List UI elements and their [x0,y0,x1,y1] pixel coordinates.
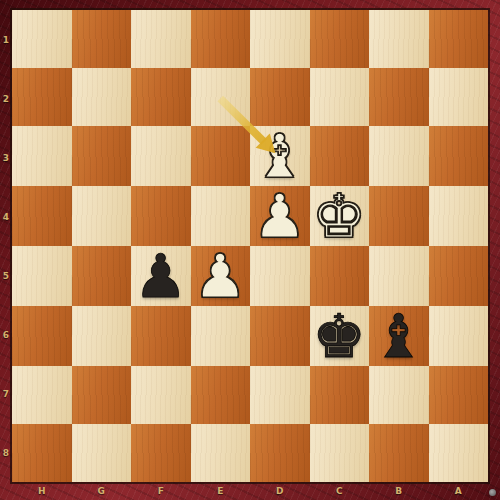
file-label-f: F [131,482,191,500]
square-c8[interactable] [310,424,370,482]
rank-label-1: 1 [0,10,12,69]
square-c6[interactable]: ♚ [310,306,370,366]
square-e5[interactable]: ♟ [191,246,251,306]
square-d5[interactable] [250,246,310,306]
square-b6[interactable]: ♝ [369,306,429,366]
square-c4[interactable]: ♚ [310,186,370,246]
square-g4[interactable] [72,186,132,246]
square-e1[interactable] [191,10,251,68]
file-label-d: D [250,482,310,500]
file-label-a: A [429,482,489,500]
square-d7[interactable] [250,366,310,424]
square-e8[interactable] [191,424,251,482]
square-h4[interactable] [12,186,72,246]
square-h3[interactable] [12,126,72,186]
square-a6[interactable] [429,306,489,366]
square-g2[interactable] [72,68,132,126]
square-h6[interactable] [12,306,72,366]
square-b1[interactable] [369,10,429,68]
square-c5[interactable] [310,246,370,306]
square-b2[interactable] [369,68,429,126]
square-c3[interactable] [310,126,370,186]
square-g8[interactable] [72,424,132,482]
square-a2[interactable] [429,68,489,126]
square-d8[interactable] [250,424,310,482]
file-label-g: G [72,482,132,500]
square-d6[interactable] [250,306,310,366]
square-f2[interactable] [131,68,191,126]
square-a1[interactable] [429,10,489,68]
rank-label-3: 3 [0,128,12,187]
square-b8[interactable] [369,424,429,482]
piece-white-bishop-d3[interactable]: ♝ [253,126,307,186]
square-h8[interactable] [12,424,72,482]
square-f7[interactable] [131,366,191,424]
square-h2[interactable] [12,68,72,126]
square-d4[interactable]: ♟ [250,186,310,246]
square-h5[interactable] [12,246,72,306]
piece-black-bishop-b6[interactable]: ♝ [372,306,426,366]
square-c2[interactable] [310,68,370,126]
piece-white-pawn-e5[interactable]: ♟ [193,246,247,306]
board-grid: ♝♟♚♟♟♚♝ [12,10,488,482]
piece-black-pawn-f5[interactable]: ♟ [134,246,188,306]
square-e3[interactable] [191,126,251,186]
square-a8[interactable] [429,424,489,482]
square-d1[interactable] [250,10,310,68]
square-f6[interactable] [131,306,191,366]
square-b7[interactable] [369,366,429,424]
square-d3[interactable]: ♝ [250,126,310,186]
square-c7[interactable] [310,366,370,424]
square-g5[interactable] [72,246,132,306]
rank-label-4: 4 [0,187,12,246]
square-c1[interactable] [310,10,370,68]
square-a7[interactable] [429,366,489,424]
square-b5[interactable] [369,246,429,306]
rank-label-7: 7 [0,364,12,423]
square-d2[interactable] [250,68,310,126]
square-g3[interactable] [72,126,132,186]
file-labels: HGFEDCBA [12,482,488,500]
piece-white-pawn-d4[interactable]: ♟ [253,186,307,246]
square-f3[interactable] [131,126,191,186]
square-a4[interactable] [429,186,489,246]
square-f5[interactable]: ♟ [131,246,191,306]
file-label-c: C [310,482,370,500]
square-b3[interactable] [369,126,429,186]
square-g1[interactable] [72,10,132,68]
square-e4[interactable] [191,186,251,246]
square-b4[interactable] [369,186,429,246]
piece-black-king-c6[interactable]: ♚ [312,306,366,366]
file-label-h: H [12,482,72,500]
rank-label-5: 5 [0,246,12,305]
square-a5[interactable] [429,246,489,306]
square-e7[interactable] [191,366,251,424]
square-f4[interactable] [131,186,191,246]
square-f8[interactable] [131,424,191,482]
rank-label-2: 2 [0,69,12,128]
piece-white-king-c4[interactable]: ♚ [312,186,366,246]
square-e2[interactable] [191,68,251,126]
square-h7[interactable] [12,366,72,424]
square-f1[interactable] [131,10,191,68]
rank-label-6: 6 [0,305,12,364]
square-g6[interactable] [72,306,132,366]
file-label-e: E [191,482,251,500]
board-resize-handle[interactable] [489,489,496,496]
chess-board-window: ♝♟♚♟♟♚♝ 12345678 HGFEDCBA [0,0,500,500]
file-label-b: B [369,482,429,500]
square-a3[interactable] [429,126,489,186]
rank-labels: 12345678 [0,10,12,482]
square-h1[interactable] [12,10,72,68]
rank-label-8: 8 [0,423,12,482]
square-g7[interactable] [72,366,132,424]
square-e6[interactable] [191,306,251,366]
